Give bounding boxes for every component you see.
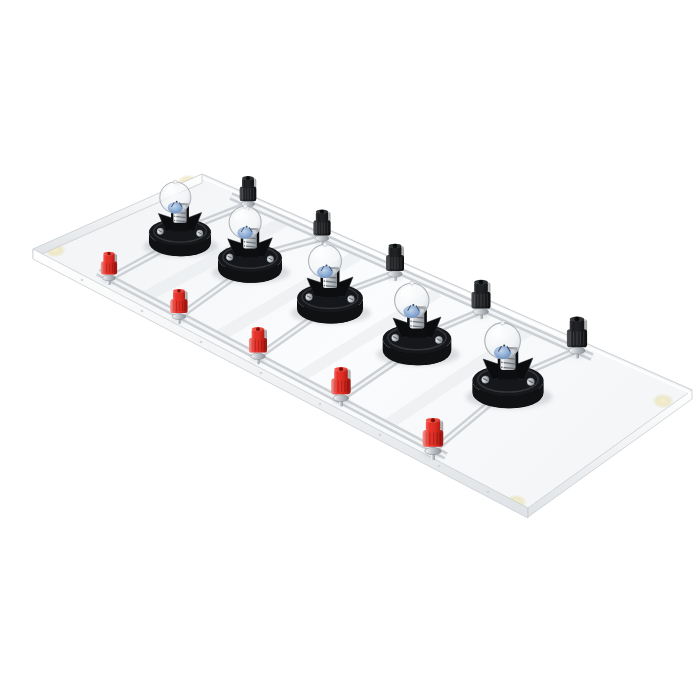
black-binding-post xyxy=(240,176,257,210)
post-washer xyxy=(473,308,488,315)
acrylic-board xyxy=(33,174,692,518)
edge-bubble-dot xyxy=(379,434,382,437)
base-screw-left xyxy=(157,228,163,234)
edge-bubble-dot xyxy=(487,491,490,494)
post-cap-shading xyxy=(331,369,350,394)
post-cap-shading xyxy=(472,282,491,308)
bulb-glass-tip xyxy=(173,180,177,184)
edge-bubble-dot xyxy=(141,310,144,313)
base-screw-left xyxy=(306,294,313,301)
bulb-glass-tip xyxy=(500,321,504,325)
photo-canvas xyxy=(0,0,700,700)
black-binding-post xyxy=(472,280,491,319)
bulb-glass-tip xyxy=(323,243,327,247)
post-washer xyxy=(425,447,441,454)
post-cap-shading xyxy=(313,212,330,236)
base-screw-right xyxy=(267,256,274,263)
post-washer xyxy=(172,314,186,320)
base-screw-right xyxy=(435,336,442,343)
black-binding-post xyxy=(567,317,587,359)
post-washer xyxy=(569,347,585,354)
red-binding-post xyxy=(249,327,267,364)
base-screw-left xyxy=(482,376,489,383)
red-binding-post xyxy=(171,289,188,324)
base-screw-right xyxy=(348,296,355,303)
post-cap-shading xyxy=(386,246,404,271)
black-binding-post xyxy=(386,244,404,281)
base-screw-right xyxy=(197,230,203,236)
bulb-glass-tip xyxy=(243,204,247,208)
edge-bubble-dot xyxy=(438,465,441,468)
edge-bubble-dot xyxy=(81,279,84,282)
bulb-filament-bead xyxy=(246,226,248,228)
bulb-filament-bead xyxy=(412,304,414,306)
red-binding-post xyxy=(331,367,350,407)
post-cap-shading xyxy=(249,329,267,352)
red-binding-post xyxy=(101,252,117,285)
bulb-glass-tip xyxy=(410,281,414,285)
base-screw-left xyxy=(226,254,233,261)
edge-bubble-dot xyxy=(319,403,322,406)
base-screw-right xyxy=(527,378,534,385)
red-binding-post xyxy=(423,418,443,460)
post-cap-shading xyxy=(567,319,587,347)
post-washer xyxy=(333,395,348,402)
black-binding-post xyxy=(313,210,330,245)
post-cap-shading xyxy=(101,254,117,275)
edge-bubble-dot xyxy=(260,372,263,375)
base-screw-left xyxy=(392,334,399,341)
bulb-filament-bead xyxy=(503,345,505,347)
post-washer xyxy=(315,235,329,241)
post-washer xyxy=(388,271,402,277)
bulb-filament-bead xyxy=(326,265,328,267)
post-washer xyxy=(103,275,116,281)
lamp-board-photo xyxy=(0,0,700,700)
post-cap-shading xyxy=(240,178,257,201)
post-cap-shading xyxy=(171,291,188,313)
edge-bubble-dot xyxy=(200,341,203,344)
post-cap-shading xyxy=(423,420,443,446)
post-washer xyxy=(251,353,265,359)
bulb-filament-bead xyxy=(176,201,178,203)
